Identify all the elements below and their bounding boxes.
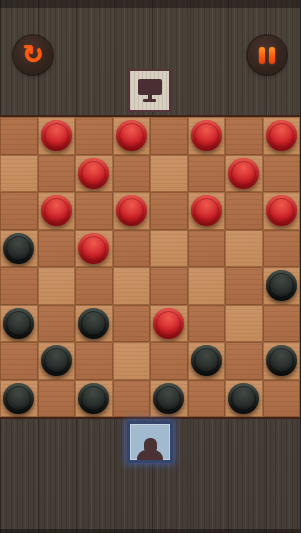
square-r4c7[interactable] — [263, 267, 301, 305]
square-r2c7[interactable] — [263, 192, 301, 230]
square-r6c6[interactable] — [225, 342, 263, 380]
square-r7c3[interactable] — [113, 380, 151, 418]
square-r1c6[interactable] — [225, 155, 263, 193]
black-piece[interactable] — [228, 383, 259, 414]
refresh-icon: ↻ — [23, 42, 44, 67]
red-piece[interactable] — [191, 120, 222, 151]
square-r4c4[interactable] — [150, 267, 188, 305]
square-r3c6[interactable] — [225, 230, 263, 268]
black-piece[interactable] — [78, 383, 109, 414]
red-piece[interactable] — [41, 195, 72, 226]
square-r2c1[interactable] — [38, 192, 76, 230]
black-piece[interactable] — [3, 383, 34, 414]
pause-button[interactable] — [248, 36, 286, 74]
square-r3c2[interactable] — [75, 230, 113, 268]
square-r1c4[interactable] — [150, 155, 188, 193]
square-r6c0[interactable] — [0, 342, 38, 380]
square-r0c2[interactable] — [75, 117, 113, 155]
square-r5c6[interactable] — [225, 305, 263, 343]
square-r3c1[interactable] — [38, 230, 76, 268]
square-r0c5[interactable] — [188, 117, 226, 155]
square-r0c3[interactable] — [113, 117, 151, 155]
red-piece[interactable] — [153, 308, 184, 339]
square-r7c6[interactable] — [225, 380, 263, 418]
square-r5c5[interactable] — [188, 305, 226, 343]
red-piece[interactable] — [41, 120, 72, 151]
square-r2c0[interactable] — [0, 192, 38, 230]
square-r1c3[interactable] — [113, 155, 151, 193]
square-r1c7[interactable] — [263, 155, 301, 193]
square-r0c1[interactable] — [38, 117, 76, 155]
square-r7c4[interactable] — [150, 380, 188, 418]
red-piece[interactable] — [266, 195, 297, 226]
app-background: ↻ — [0, 0, 300, 533]
square-r6c2[interactable] — [75, 342, 113, 380]
opponent-computer-badge — [128, 69, 171, 112]
square-r6c1[interactable] — [38, 342, 76, 380]
square-r0c6[interactable] — [225, 117, 263, 155]
square-r2c6[interactable] — [225, 192, 263, 230]
red-piece[interactable] — [78, 233, 109, 264]
black-piece[interactable] — [191, 345, 222, 376]
square-r7c7[interactable] — [263, 380, 301, 418]
square-r3c3[interactable] — [113, 230, 151, 268]
square-r4c1[interactable] — [38, 267, 76, 305]
square-r6c3[interactable] — [113, 342, 151, 380]
square-r2c5[interactable] — [188, 192, 226, 230]
square-r2c2[interactable] — [75, 192, 113, 230]
red-piece[interactable] — [191, 195, 222, 226]
square-r1c0[interactable] — [0, 155, 38, 193]
red-piece[interactable] — [78, 158, 109, 189]
square-r0c4[interactable] — [150, 117, 188, 155]
restart-button[interactable]: ↻ — [14, 36, 52, 74]
square-r5c7[interactable] — [263, 305, 301, 343]
square-r4c6[interactable] — [225, 267, 263, 305]
square-r5c0[interactable] — [0, 305, 38, 343]
player-human-badge — [127, 421, 173, 463]
square-r2c3[interactable] — [113, 192, 151, 230]
square-r3c4[interactable] — [150, 230, 188, 268]
pause-icon — [259, 47, 275, 64]
square-r4c0[interactable] — [0, 267, 38, 305]
black-piece[interactable] — [3, 308, 34, 339]
black-piece[interactable] — [3, 233, 34, 264]
square-r0c7[interactable] — [263, 117, 301, 155]
square-r1c1[interactable] — [38, 155, 76, 193]
square-r1c2[interactable] — [75, 155, 113, 193]
square-r4c2[interactable] — [75, 267, 113, 305]
square-r5c3[interactable] — [113, 305, 151, 343]
black-piece[interactable] — [78, 308, 109, 339]
black-piece[interactable] — [153, 383, 184, 414]
square-r1c5[interactable] — [188, 155, 226, 193]
red-piece[interactable] — [116, 120, 147, 151]
square-r5c2[interactable] — [75, 305, 113, 343]
square-r7c5[interactable] — [188, 380, 226, 418]
red-piece[interactable] — [266, 120, 297, 151]
square-r2c4[interactable] — [150, 192, 188, 230]
square-r4c5[interactable] — [188, 267, 226, 305]
black-piece[interactable] — [41, 345, 72, 376]
square-r5c1[interactable] — [38, 305, 76, 343]
square-r6c7[interactable] — [263, 342, 301, 380]
red-piece[interactable] — [116, 195, 147, 226]
square-r6c4[interactable] — [150, 342, 188, 380]
square-r3c5[interactable] — [188, 230, 226, 268]
square-r6c5[interactable] — [188, 342, 226, 380]
black-piece[interactable] — [266, 345, 297, 376]
square-r5c4[interactable] — [150, 305, 188, 343]
square-r4c3[interactable] — [113, 267, 151, 305]
square-r7c1[interactable] — [38, 380, 76, 418]
square-r7c2[interactable] — [75, 380, 113, 418]
computer-monitor-icon — [138, 79, 162, 95]
square-r3c7[interactable] — [263, 230, 301, 268]
red-piece[interactable] — [228, 158, 259, 189]
black-piece[interactable] — [266, 270, 297, 301]
square-r0c0[interactable] — [0, 117, 38, 155]
checkers-board — [0, 115, 300, 419]
square-r7c0[interactable] — [0, 380, 38, 418]
square-r3c0[interactable] — [0, 230, 38, 268]
